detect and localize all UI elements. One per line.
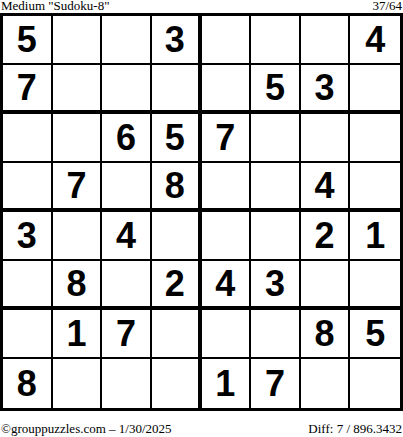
cell-r1c1: 5 — [3, 16, 53, 65]
cell-r7c3: 7 — [102, 310, 152, 359]
cell-r8c5: 1 — [202, 359, 252, 408]
cell-r4c5 — [202, 163, 252, 212]
cell-r7c8: 5 — [350, 310, 400, 359]
cell-r7c2: 1 — [53, 310, 103, 359]
cell-r6c6: 3 — [251, 261, 301, 310]
cell-r4c7: 4 — [301, 163, 351, 212]
cell-r5c6 — [251, 212, 301, 261]
cell-r3c7 — [301, 114, 351, 163]
cell-r1c7 — [301, 16, 351, 65]
cell-r4c1 — [3, 163, 53, 212]
cell-r4c6 — [251, 163, 301, 212]
cell-r2c5 — [202, 65, 252, 114]
cell-r3c6 — [251, 114, 301, 163]
cell-r3c3: 6 — [102, 114, 152, 163]
puzzle-page-number: 37/64 — [372, 0, 402, 13]
cell-r5c8: 1 — [350, 212, 400, 261]
cell-r5c1: 3 — [3, 212, 53, 261]
cell-r6c3 — [102, 261, 152, 310]
cell-r8c6: 7 — [251, 359, 301, 408]
cell-r2c1: 7 — [3, 65, 53, 114]
page-header: Medium "Sudoku-8" 37/64 — [1, 0, 402, 13]
cell-r6c1 — [3, 261, 53, 310]
cell-r5c5 — [202, 212, 252, 261]
cell-r3c1 — [3, 114, 53, 163]
cell-r8c8 — [350, 359, 400, 408]
cell-r8c1: 8 — [3, 359, 53, 408]
cell-r1c8: 4 — [350, 16, 400, 65]
cell-r7c7: 8 — [301, 310, 351, 359]
cell-r1c6 — [251, 16, 301, 65]
cell-r1c2 — [53, 16, 103, 65]
cell-r6c2: 8 — [53, 261, 103, 310]
cell-r8c3 — [102, 359, 152, 408]
cell-r7c1 — [3, 310, 53, 359]
puzzle-title: Medium "Sudoku-8" — [1, 0, 109, 13]
cell-r2c4 — [152, 65, 202, 114]
cell-r3c4: 5 — [152, 114, 202, 163]
cell-r2c3 — [102, 65, 152, 114]
cell-r4c8 — [350, 163, 400, 212]
cell-r3c5: 7 — [202, 114, 252, 163]
cell-r2c6: 5 — [251, 65, 301, 114]
cell-r5c2 — [53, 212, 103, 261]
cell-r6c8 — [350, 261, 400, 310]
cell-r2c2 — [53, 65, 103, 114]
cell-r6c7 — [301, 261, 351, 310]
cell-r7c6 — [251, 310, 301, 359]
cell-r8c7 — [301, 359, 351, 408]
cell-r8c4 — [152, 359, 202, 408]
cell-r4c3 — [102, 163, 152, 212]
cell-r4c2: 7 — [53, 163, 103, 212]
copyright-text: ©grouppuzzles.com – 1/30/2025 — [1, 421, 172, 436]
cell-r3c2 — [53, 114, 103, 163]
cell-r5c4 — [152, 212, 202, 261]
cell-r3c8 — [350, 114, 400, 163]
page-footer: ©grouppuzzles.com – 1/30/2025 Diff: 7 / … — [1, 421, 402, 436]
cell-r6c4: 2 — [152, 261, 202, 310]
sudoku-page: { "game": "sudoku (8x8 variant, 2x4 boxe… — [0, 0, 403, 437]
cell-r7c4 — [152, 310, 202, 359]
difficulty-text: Diff: 7 / 896.3432 — [308, 421, 402, 436]
cell-r5c7: 2 — [301, 212, 351, 261]
cell-r6c5: 4 — [202, 261, 252, 310]
cell-r1c5 — [202, 16, 252, 65]
cell-r4c4: 8 — [152, 163, 202, 212]
cell-r7c5 — [202, 310, 252, 359]
sudoku-board: 534753657784342182431785817 — [0, 13, 403, 411]
cell-r2c7: 3 — [301, 65, 351, 114]
cell-r1c3 — [102, 16, 152, 65]
cell-r5c3: 4 — [102, 212, 152, 261]
cell-r2c8 — [350, 65, 400, 114]
cell-r1c4: 3 — [152, 16, 202, 65]
cell-r8c2 — [53, 359, 103, 408]
